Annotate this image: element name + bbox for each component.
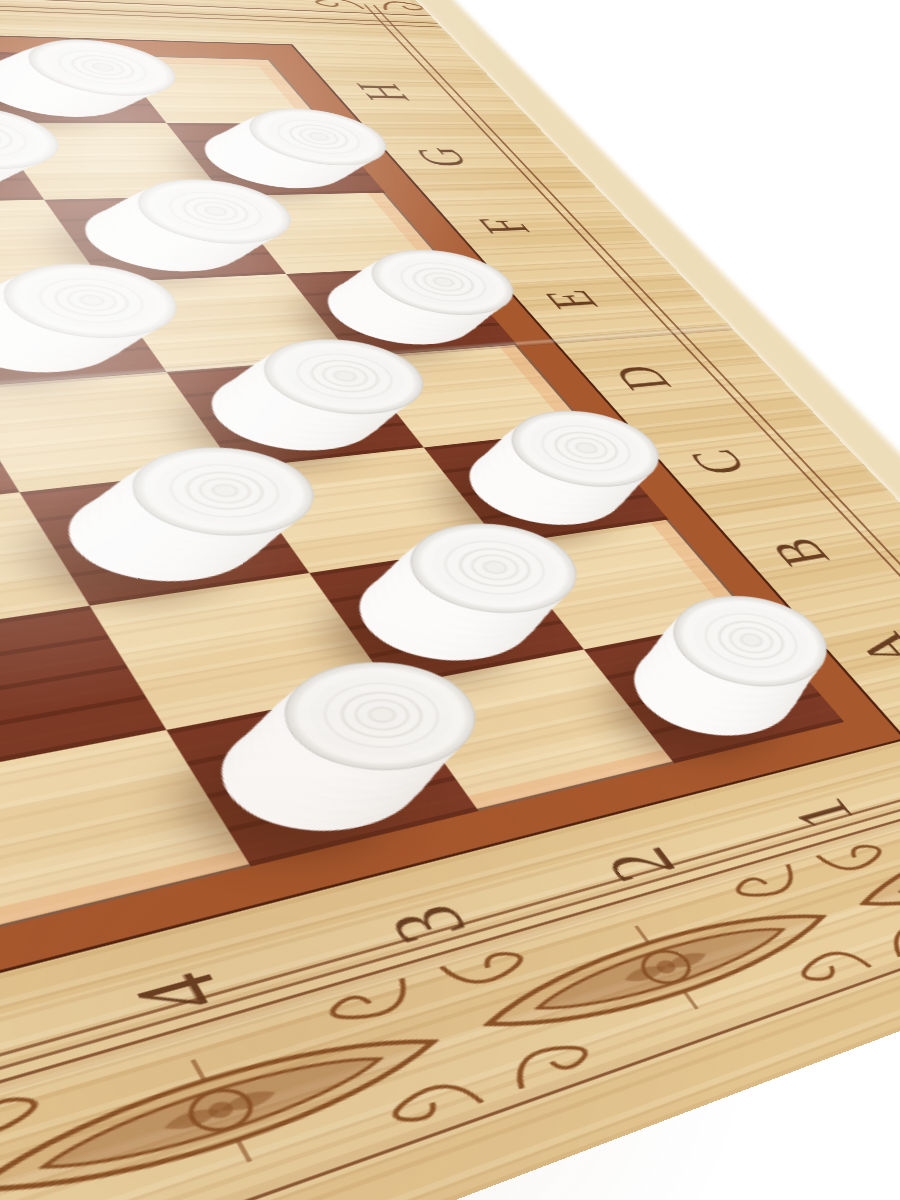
checkers-board: ABCDEFGH1234 [0, 0, 900, 1200]
white-checker-e3[interactable] [0, 291, 144, 379]
ornament-medallion-icon [0, 0, 104, 2]
white-checker-h2[interactable] [0, 57, 148, 117]
board-photo: ABCDEFGH1234 [0, 0, 900, 1200]
